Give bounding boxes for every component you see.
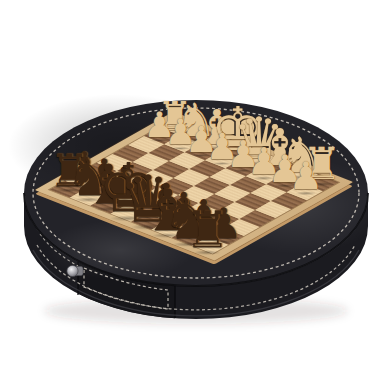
chess-piece[interactable]: ♜ (185, 205, 230, 255)
product-photo-stage: ♜♞♝♛♚♝♞♜♟♟♟♟♟♟♟♟♟♟♟♟♟♟♟♟♜♞♝♛♚♝♞♜ (0, 0, 390, 390)
chess-piece[interactable]: ♟ (289, 157, 323, 195)
